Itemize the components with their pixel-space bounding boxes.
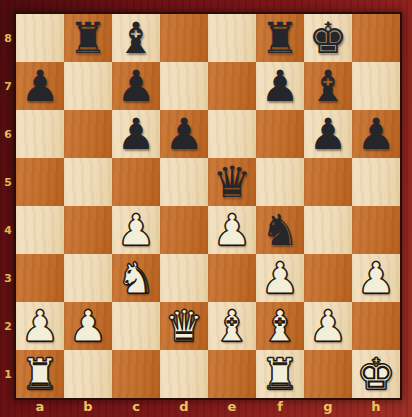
square-g4[interactable]	[304, 206, 352, 254]
square-h5[interactable]	[352, 158, 400, 206]
square-b6[interactable]	[64, 110, 112, 158]
piece-white-bishop-f2[interactable]: ♝	[261, 302, 300, 350]
square-g6[interactable]: ♟	[304, 110, 352, 158]
piece-black-pawn-d6[interactable]: ♟	[165, 110, 204, 158]
square-b2[interactable]: ♟	[64, 302, 112, 350]
square-d5[interactable]	[160, 158, 208, 206]
piece-white-pawn-a2[interactable]: ♟	[21, 302, 60, 350]
piece-white-rook-a1[interactable]: ♜	[21, 350, 60, 398]
piece-white-pawn-e4[interactable]: ♟	[213, 206, 252, 254]
board-frame: 87654321 ♜♝♜♚♟♟♟♝♟♟♟♟♛♟♟♞♞♟♟♟♟♛♝♝♟♜♜♚ ab…	[0, 0, 412, 417]
square-b1[interactable]	[64, 350, 112, 398]
piece-black-pawn-g6[interactable]: ♟	[309, 110, 348, 158]
square-d4[interactable]	[160, 206, 208, 254]
square-h1[interactable]: ♚	[352, 350, 400, 398]
piece-white-pawn-c4[interactable]: ♟	[117, 206, 156, 254]
square-a8[interactable]	[16, 14, 64, 62]
rank-label-1: 1	[0, 350, 16, 398]
square-d7[interactable]	[160, 62, 208, 110]
square-b4[interactable]	[64, 206, 112, 254]
square-h6[interactable]: ♟	[352, 110, 400, 158]
rank-label-8: 8	[0, 14, 16, 62]
square-c3[interactable]: ♞	[112, 254, 160, 302]
square-b7[interactable]	[64, 62, 112, 110]
square-c7[interactable]: ♟	[112, 62, 160, 110]
square-g8[interactable]: ♚	[304, 14, 352, 62]
file-label-e: e	[208, 398, 256, 417]
square-d1[interactable]	[160, 350, 208, 398]
piece-white-rook-f1[interactable]: ♜	[261, 350, 300, 398]
file-label-h: h	[352, 398, 400, 417]
rank-label-6: 6	[0, 110, 16, 158]
piece-white-pawn-g2[interactable]: ♟	[309, 302, 348, 350]
file-labels: abcdefgh	[16, 398, 400, 417]
square-g1[interactable]	[304, 350, 352, 398]
piece-black-queen-e5[interactable]: ♛	[213, 158, 252, 206]
square-e4[interactable]: ♟	[208, 206, 256, 254]
square-a6[interactable]	[16, 110, 64, 158]
square-a4[interactable]	[16, 206, 64, 254]
piece-white-pawn-b2[interactable]: ♟	[69, 302, 108, 350]
square-a2[interactable]: ♟	[16, 302, 64, 350]
square-c2[interactable]	[112, 302, 160, 350]
square-f4[interactable]: ♞	[256, 206, 304, 254]
square-d6[interactable]: ♟	[160, 110, 208, 158]
square-e5[interactable]: ♛	[208, 158, 256, 206]
piece-white-knight-c3[interactable]: ♞	[117, 254, 156, 302]
chess-board: ♜♝♜♚♟♟♟♝♟♟♟♟♛♟♟♞♞♟♟♟♟♛♝♝♟♜♜♚	[16, 14, 400, 398]
piece-black-knight-f4[interactable]: ♞	[261, 206, 300, 254]
piece-black-pawn-f7[interactable]: ♟	[261, 62, 300, 110]
piece-black-bishop-c8[interactable]: ♝	[117, 14, 156, 62]
square-h7[interactable]	[352, 62, 400, 110]
piece-white-king-h1[interactable]: ♚	[357, 350, 396, 398]
piece-white-queen-d2[interactable]: ♛	[165, 302, 204, 350]
square-a1[interactable]: ♜	[16, 350, 64, 398]
square-b8[interactable]: ♜	[64, 14, 112, 62]
file-label-b: b	[64, 398, 112, 417]
piece-black-pawn-c7[interactable]: ♟	[117, 62, 156, 110]
square-d8[interactable]	[160, 14, 208, 62]
square-f1[interactable]: ♜	[256, 350, 304, 398]
square-e1[interactable]	[208, 350, 256, 398]
square-e7[interactable]	[208, 62, 256, 110]
file-label-a: a	[16, 398, 64, 417]
piece-white-pawn-h3[interactable]: ♟	[357, 254, 396, 302]
square-f8[interactable]: ♜	[256, 14, 304, 62]
rank-label-5: 5	[0, 158, 16, 206]
file-label-d: d	[160, 398, 208, 417]
square-c5[interactable]	[112, 158, 160, 206]
square-f3[interactable]: ♟	[256, 254, 304, 302]
square-e3[interactable]	[208, 254, 256, 302]
square-f2[interactable]: ♝	[256, 302, 304, 350]
square-e6[interactable]	[208, 110, 256, 158]
square-f5[interactable]	[256, 158, 304, 206]
square-g7[interactable]: ♝	[304, 62, 352, 110]
square-g5[interactable]	[304, 158, 352, 206]
square-b5[interactable]	[64, 158, 112, 206]
rank-label-3: 3	[0, 254, 16, 302]
square-h2[interactable]	[352, 302, 400, 350]
file-label-f: f	[256, 398, 304, 417]
piece-black-rook-b8[interactable]: ♜	[69, 14, 108, 62]
piece-white-bishop-e2[interactable]: ♝	[213, 302, 252, 350]
square-e8[interactable]	[208, 14, 256, 62]
square-g2[interactable]: ♟	[304, 302, 352, 350]
piece-black-pawn-h6[interactable]: ♟	[357, 110, 396, 158]
square-c6[interactable]: ♟	[112, 110, 160, 158]
piece-white-pawn-f3[interactable]: ♟	[261, 254, 300, 302]
piece-black-pawn-c6[interactable]: ♟	[117, 110, 156, 158]
square-h4[interactable]	[352, 206, 400, 254]
rank-label-4: 4	[0, 206, 16, 254]
piece-black-bishop-g7[interactable]: ♝	[309, 62, 348, 110]
file-label-g: g	[304, 398, 352, 417]
square-d3[interactable]	[160, 254, 208, 302]
rank-labels: 87654321	[0, 14, 16, 398]
piece-black-pawn-a7[interactable]: ♟	[21, 62, 60, 110]
square-c4[interactable]: ♟	[112, 206, 160, 254]
piece-black-king-g8[interactable]: ♚	[309, 14, 348, 62]
square-d2[interactable]: ♛	[160, 302, 208, 350]
square-c8[interactable]: ♝	[112, 14, 160, 62]
piece-black-rook-f8[interactable]: ♜	[261, 14, 300, 62]
file-label-c: c	[112, 398, 160, 417]
rank-label-7: 7	[0, 62, 16, 110]
square-h8[interactable]	[352, 14, 400, 62]
square-a7[interactable]: ♟	[16, 62, 64, 110]
square-f7[interactable]: ♟	[256, 62, 304, 110]
square-a3[interactable]	[16, 254, 64, 302]
square-b3[interactable]	[64, 254, 112, 302]
square-g3[interactable]	[304, 254, 352, 302]
square-c1[interactable]	[112, 350, 160, 398]
square-a5[interactable]	[16, 158, 64, 206]
rank-label-2: 2	[0, 302, 16, 350]
square-f6[interactable]	[256, 110, 304, 158]
square-e2[interactable]: ♝	[208, 302, 256, 350]
square-h3[interactable]: ♟	[352, 254, 400, 302]
